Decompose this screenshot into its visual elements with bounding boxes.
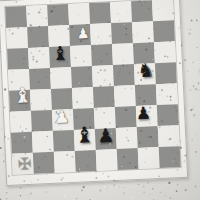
board-square [73, 108, 95, 130]
piece-black-pawn: ♟ [135, 104, 151, 122]
board-square [94, 107, 116, 129]
board-square [71, 66, 93, 88]
board-square [113, 64, 135, 86]
board-square [112, 43, 134, 65]
board-square [5, 6, 27, 28]
board-square [159, 146, 181, 168]
board-square: ♟ [95, 128, 117, 150]
board-square [152, 0, 174, 21]
board-square: ♝ [9, 90, 31, 112]
board-square [155, 62, 177, 84]
board-square [133, 42, 155, 64]
board-square: ♝ [49, 46, 71, 68]
board-square [53, 130, 75, 152]
board-square [75, 150, 97, 172]
board-square: ♟ [136, 105, 158, 127]
board-square [8, 69, 30, 91]
board-square [32, 131, 54, 153]
board-square [33, 152, 55, 174]
piece-black-bishop: ♝ [51, 43, 69, 63]
board-square [31, 110, 53, 132]
piece-white-pawn: ♟ [76, 26, 89, 41]
board-square [111, 22, 133, 44]
board-square [117, 148, 139, 170]
board-square [156, 83, 178, 105]
board-square [11, 132, 33, 154]
board-square [72, 87, 94, 109]
board-square [47, 4, 69, 26]
board-square [10, 111, 32, 133]
piece-black-knight: ♞ [137, 60, 155, 80]
board-square [154, 41, 176, 63]
board-square [116, 127, 138, 149]
board-square: ✠ [12, 153, 34, 175]
board-square [153, 20, 175, 42]
board-square [29, 68, 51, 90]
board-square [115, 106, 137, 128]
board-square [48, 25, 70, 47]
board-square [89, 2, 111, 24]
board-square [114, 85, 136, 107]
board-square [28, 47, 50, 69]
board-square [131, 0, 153, 22]
board-square [70, 45, 92, 67]
board-square [7, 48, 29, 70]
piece-white-king: ✠ [17, 155, 31, 172]
board-square [138, 147, 160, 169]
board-square [93, 86, 115, 108]
board-square [54, 151, 76, 173]
board-square [92, 65, 114, 87]
board-square [135, 84, 157, 106]
board-grid: ♟♝♞♝♟♟♝♟✠ [5, 0, 180, 175]
board-square [158, 125, 180, 147]
board-square [91, 44, 113, 66]
board-square: ♞ [134, 63, 156, 85]
board-square [157, 104, 179, 126]
board-square [6, 27, 28, 49]
board-square [50, 67, 72, 89]
board-square [26, 5, 48, 27]
chess-board: ♟♝♞♝♟♟♝♟✠ [0, 0, 188, 186]
piece-black-pawn: ♟ [97, 125, 115, 145]
piece-white-pawn: ♟ [54, 108, 70, 126]
chessboard-photo: ♟♝♞♝♟♟♝♟✠ [0, 0, 200, 200]
board-square [132, 21, 154, 43]
board-square: ♝ [74, 129, 96, 151]
board-square [68, 3, 90, 25]
board-square [90, 23, 112, 45]
board-square [27, 26, 49, 48]
board-square [137, 126, 159, 148]
board-square: ♟ [52, 109, 74, 131]
board-square [30, 89, 52, 111]
board-square [51, 88, 73, 110]
board-square [96, 149, 118, 171]
board-square [110, 1, 132, 23]
board-square: ♟ [69, 24, 91, 46]
